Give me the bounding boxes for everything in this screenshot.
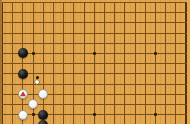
hoshi-star-point	[154, 52, 157, 55]
hoshi-star-point	[93, 52, 96, 55]
goban-grid[interactable]	[0, 0, 190, 124]
hoshi-star-point	[93, 113, 96, 116]
go-board-screenshot	[0, 0, 190, 124]
black-stone[interactable]	[18, 48, 28, 58]
black-stone[interactable]	[38, 120, 48, 124]
cursor-black-dot-icon	[36, 76, 39, 79]
triangle-marker-icon	[20, 91, 26, 96]
white-stone[interactable]	[28, 99, 38, 109]
black-stone[interactable]	[18, 69, 28, 79]
hoshi-star-point	[154, 113, 157, 116]
white-stone[interactable]	[18, 110, 28, 120]
white-stone[interactable]	[18, 89, 28, 99]
hoshi-star-point	[32, 113, 35, 116]
white-stone[interactable]	[38, 89, 48, 99]
hoshi-star-point	[32, 52, 35, 55]
black-stone[interactable]	[38, 110, 48, 120]
